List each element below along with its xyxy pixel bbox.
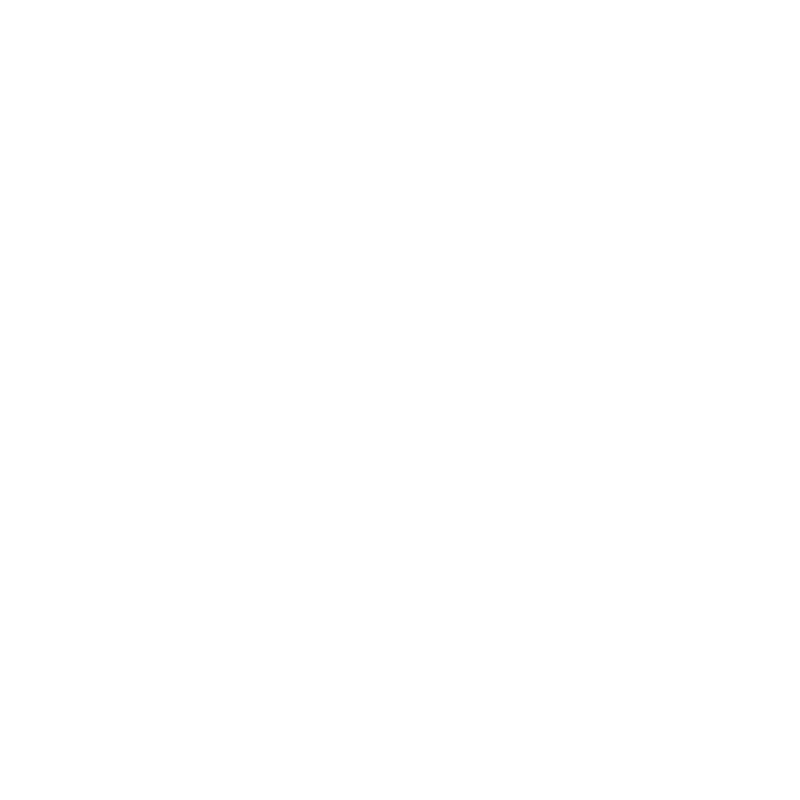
chess-set-product-photo: [0, 0, 800, 800]
folding-chess-board: [0, 0, 800, 800]
